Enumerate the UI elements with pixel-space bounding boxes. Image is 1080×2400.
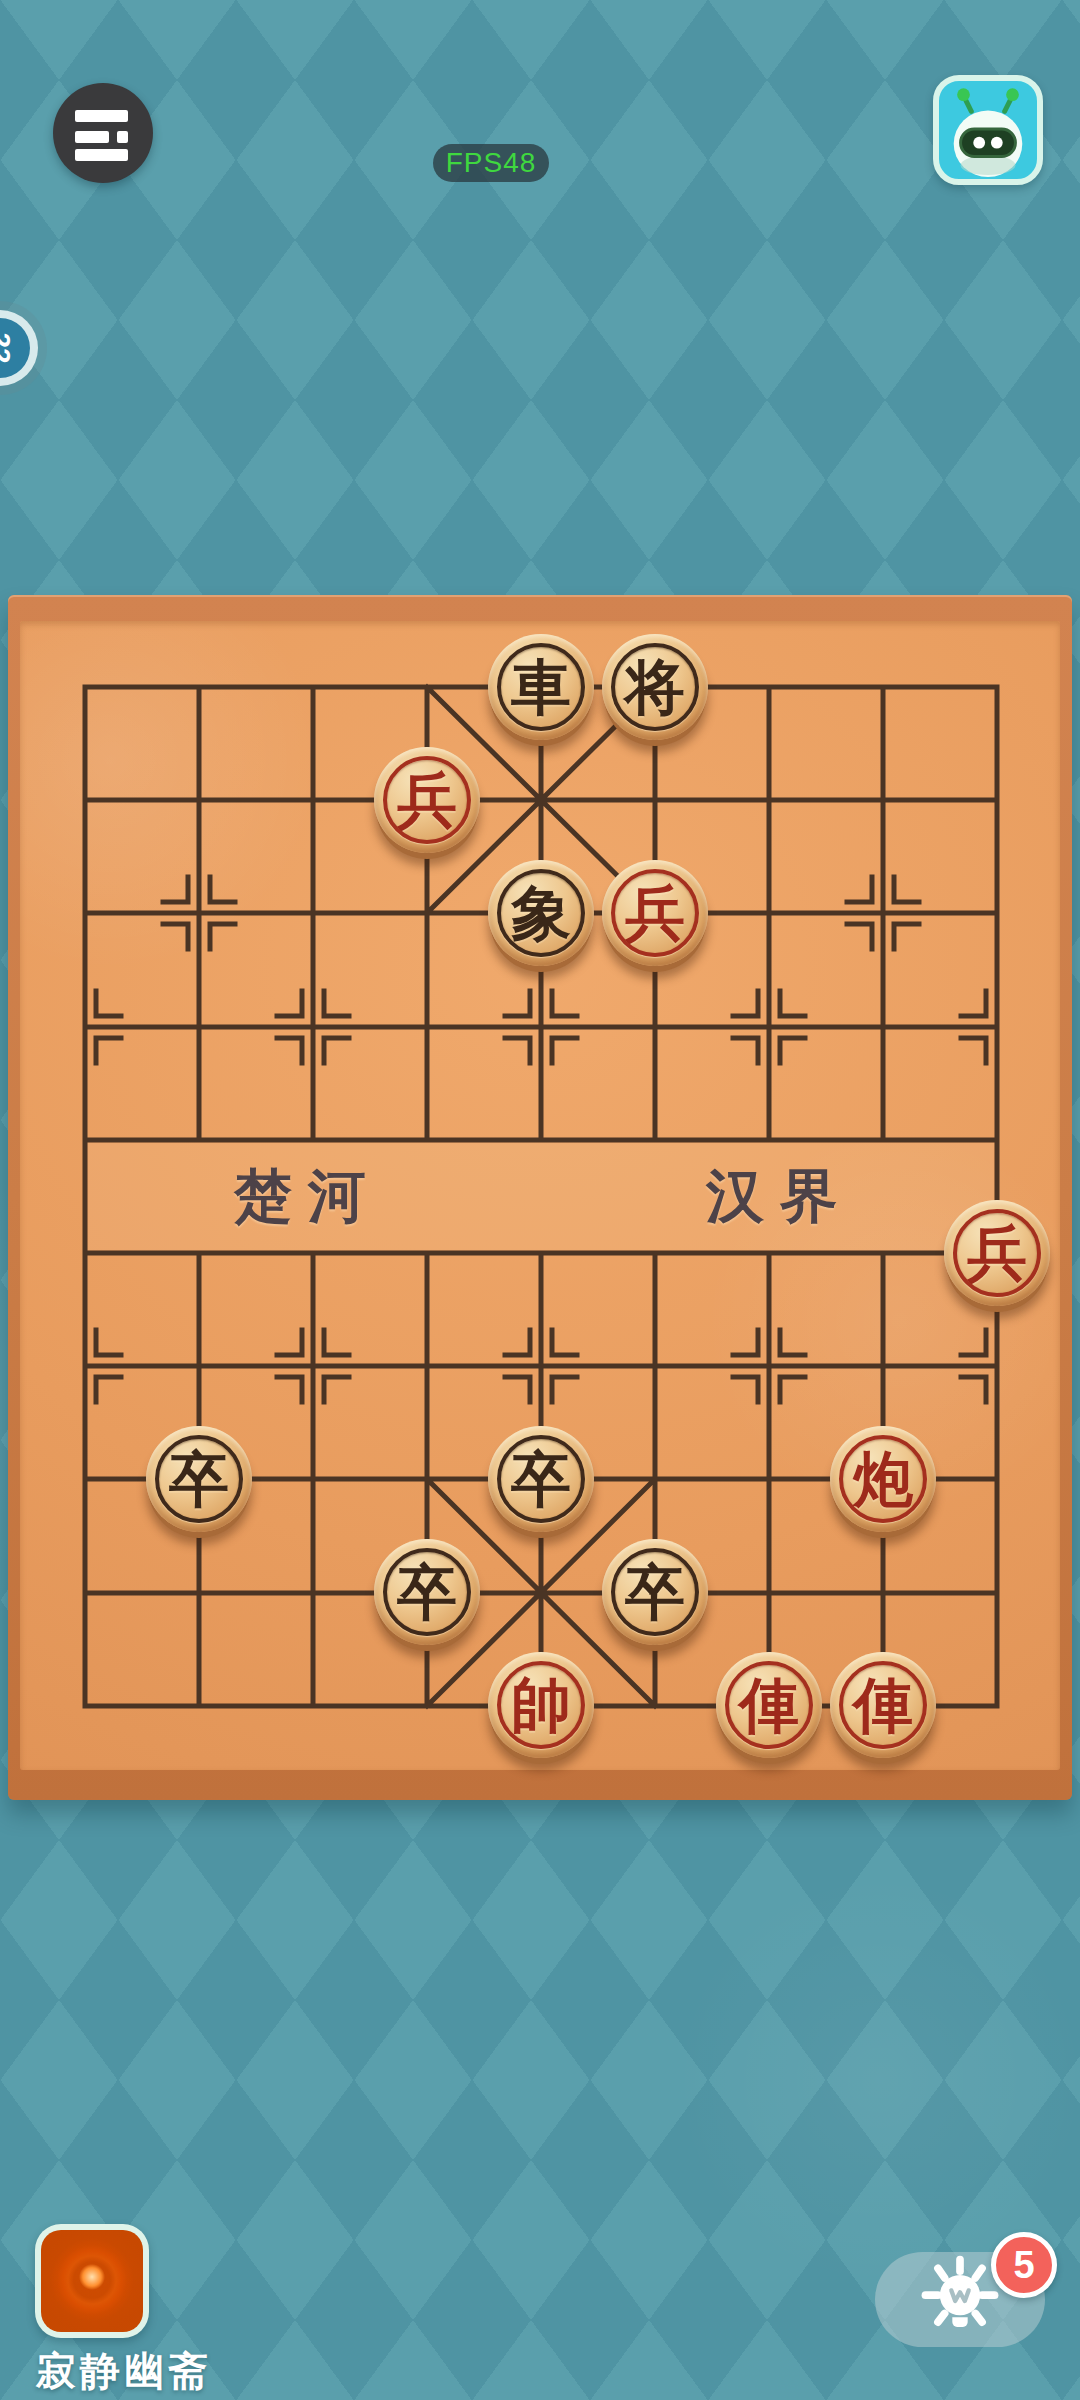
piece-red-soldier[interactable]: 兵 (370, 743, 484, 856)
piece-black-elephant[interactable]: 象 (484, 856, 598, 969)
piece-red-soldier[interactable]: 兵 (598, 856, 712, 969)
fps-indicator: FPS48 (433, 144, 549, 182)
side-level-badge[interactable]: 22 (0, 310, 38, 386)
piece-red-soldier[interactable]: 兵 (940, 1196, 1054, 1309)
piece-glyph: 卒 (169, 1449, 229, 1509)
piece-red-cannon[interactable]: 炮 (826, 1422, 940, 1535)
piece-black-soldier[interactable]: 卒 (484, 1422, 598, 1535)
piece-glyph: 帥 (511, 1675, 571, 1735)
level-badge-value: 22 (0, 318, 16, 378)
piece-glyph: 兵 (625, 883, 685, 943)
piece-red-chariot[interactable]: 俥 (712, 1649, 826, 1762)
menu-button[interactable] (53, 83, 153, 183)
fps-value: FPS48 (446, 147, 537, 179)
piece-glyph: 俥 (739, 1675, 799, 1735)
piece-glyph: 兵 (967, 1223, 1027, 1283)
piece-glyph: 俥 (853, 1675, 913, 1735)
hint-count-badge: 5 (991, 2232, 1057, 2298)
piece-glyph: 車 (511, 657, 571, 717)
piece-red-chariot[interactable]: 俥 (826, 1649, 940, 1762)
player-name: 寂静幽斋 (36, 2344, 212, 2399)
piece-glyph: 将 (625, 657, 685, 717)
piece-glyph: 卒 (397, 1562, 457, 1622)
assistant-robot-button[interactable] (933, 75, 1043, 185)
piece-glyph: 兵 (397, 770, 457, 830)
robot-icon (939, 81, 1037, 179)
piece-black-chariot[interactable]: 車 (484, 630, 598, 743)
piece-glyph: 卒 (511, 1449, 571, 1509)
piece-black-soldier[interactable]: 卒 (142, 1422, 256, 1535)
piece-red-general[interactable]: 帥 (484, 1649, 598, 1762)
game-screen: FPS48 22 楚河 汉界 車将兵象兵兵卒卒炮卒卒帥俥俥 寂静幽斋 (0, 0, 1080, 2400)
piece-layer: 車将兵象兵兵卒卒炮卒卒帥俥俥 (28, 630, 1054, 1762)
piece-black-soldier[interactable]: 卒 (598, 1536, 712, 1649)
piece-glyph: 炮 (853, 1449, 913, 1509)
player-avatar[interactable] (35, 2224, 149, 2338)
piece-glyph: 象 (511, 883, 571, 943)
hint-button[interactable]: 5 (875, 2252, 1045, 2347)
xiangqi-board[interactable]: 楚河 汉界 車将兵象兵兵卒卒炮卒卒帥俥俥 (8, 595, 1072, 1800)
piece-black-general[interactable]: 将 (598, 630, 712, 743)
phoenix-avatar-image (41, 2230, 143, 2332)
piece-glyph: 卒 (625, 1562, 685, 1622)
hamburger-menu-icon (75, 110, 128, 122)
piece-black-soldier[interactable]: 卒 (370, 1536, 484, 1649)
